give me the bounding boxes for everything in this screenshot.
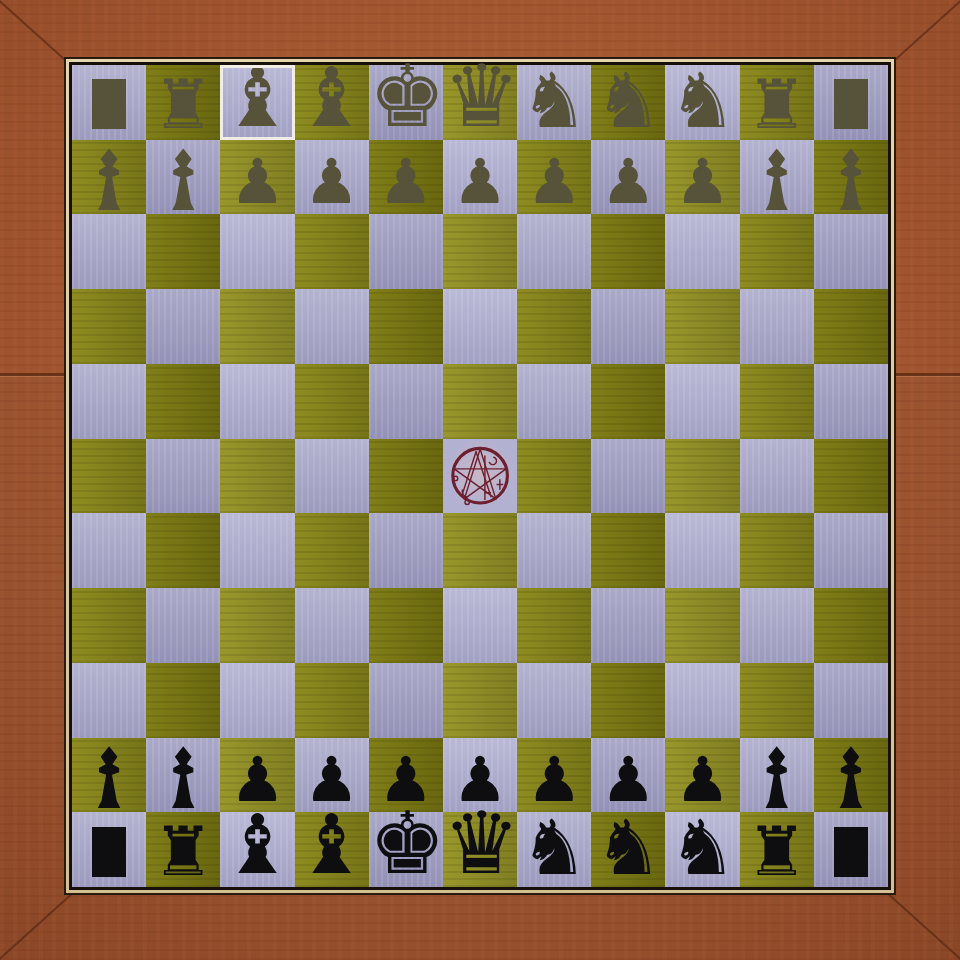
- square-k6[interactable]: [814, 439, 888, 514]
- square-f7[interactable]: [443, 364, 517, 439]
- piece-olive-king: ♚: [369, 53, 443, 139]
- square-b6[interactable]: [146, 439, 220, 514]
- square-b7[interactable]: [146, 364, 220, 439]
- piece-olive-knight: ♞: [665, 63, 739, 139]
- piece-olive-pawn: ♟: [591, 151, 665, 213]
- piece-black-monolith: [92, 827, 126, 877]
- piece-olive-knight: ♞: [591, 63, 665, 139]
- square-d10[interactable]: ♟: [295, 140, 369, 215]
- square-d1[interactable]: ♝: [295, 812, 369, 887]
- square-d7[interactable]: [295, 364, 369, 439]
- square-k7[interactable]: [814, 364, 888, 439]
- piece-olive-rook: ♜: [146, 71, 220, 139]
- square-d8[interactable]: [295, 289, 369, 364]
- square-e6[interactable]: [369, 439, 443, 514]
- square-f8[interactable]: [443, 289, 517, 364]
- square-c9[interactable]: [220, 214, 294, 289]
- square-f3[interactable]: [443, 663, 517, 738]
- square-e7[interactable]: [369, 364, 443, 439]
- piece-olive-rook: ♜: [740, 71, 814, 139]
- square-g1[interactable]: ♞: [517, 812, 591, 887]
- square-e10[interactable]: ♟: [369, 140, 443, 215]
- square-k3[interactable]: [814, 663, 888, 738]
- square-e8[interactable]: [369, 289, 443, 364]
- square-d5[interactable]: [295, 513, 369, 588]
- square-a6[interactable]: [72, 439, 146, 514]
- square-a5[interactable]: [72, 513, 146, 588]
- square-b5[interactable]: [146, 513, 220, 588]
- square-b8[interactable]: [146, 289, 220, 364]
- square-i2[interactable]: ♟: [665, 738, 739, 813]
- square-c8[interactable]: [220, 289, 294, 364]
- square-k2[interactable]: [814, 738, 888, 813]
- square-h2[interactable]: ♟: [591, 738, 665, 813]
- piece-olive-pawn: ♟: [443, 151, 517, 213]
- square-k9[interactable]: [814, 214, 888, 289]
- square-h1[interactable]: ♞: [591, 812, 665, 887]
- piece-black-bishop: ♝: [220, 804, 294, 886]
- square-a9[interactable]: [72, 214, 146, 289]
- piece-olive-queen: ♛: [443, 53, 517, 139]
- square-d11[interactable]: ♝: [295, 65, 369, 140]
- piece-black-bishop: ♝: [295, 804, 369, 886]
- square-c7[interactable]: [220, 364, 294, 439]
- square-b1[interactable]: ♜: [146, 812, 220, 887]
- board-grid: ♜♝♝♚♛♞♞♞♜♟♟♟♟♟♟♟ ♟♟♟♟♟♟♟♜♝♝♚♛♞♞♞♜: [69, 62, 891, 890]
- square-c2[interactable]: ♟: [220, 738, 294, 813]
- square-b11[interactable]: ♜: [146, 65, 220, 140]
- piece-olive-bishop: ♝: [295, 57, 369, 139]
- square-h4[interactable]: [591, 588, 665, 663]
- square-f4[interactable]: [443, 588, 517, 663]
- piece-black-rook: ♜: [146, 818, 220, 886]
- frame-miter-bottom-left: [0, 892, 74, 960]
- piece-black-king: ♚: [369, 800, 443, 886]
- square-i3[interactable]: [665, 663, 739, 738]
- piece-olive-sergeant-pawn: [830, 148, 872, 210]
- piece-black-monolith: [834, 827, 868, 877]
- square-a1[interactable]: [72, 812, 146, 887]
- square-f11[interactable]: ♛: [443, 65, 517, 140]
- piece-black-pawn: ♟: [295, 749, 369, 811]
- square-i7[interactable]: [665, 364, 739, 439]
- piece-olive-pawn: ♟: [295, 151, 369, 213]
- square-k8[interactable]: [814, 289, 888, 364]
- square-k11[interactable]: [814, 65, 888, 140]
- piece-olive-pawn: ♟: [665, 151, 739, 213]
- square-f10[interactable]: ♟: [443, 140, 517, 215]
- piece-black-queen: ♛: [443, 800, 517, 886]
- square-c10[interactable]: ♟: [220, 140, 294, 215]
- square-j1[interactable]: ♜: [740, 812, 814, 887]
- square-e9[interactable]: [369, 214, 443, 289]
- square-h9[interactable]: [591, 214, 665, 289]
- square-j5[interactable]: [740, 513, 814, 588]
- square-f9[interactable]: [443, 214, 517, 289]
- square-h6[interactable]: [591, 439, 665, 514]
- square-a7[interactable]: [72, 364, 146, 439]
- square-i5[interactable]: [665, 513, 739, 588]
- piece-black-pawn: ♟: [220, 749, 294, 811]
- square-b10[interactable]: [146, 140, 220, 215]
- square-g9[interactable]: [517, 214, 591, 289]
- square-c3[interactable]: [220, 663, 294, 738]
- square-i9[interactable]: [665, 214, 739, 289]
- square-h10[interactable]: ♟: [591, 140, 665, 215]
- square-b4[interactable]: [146, 588, 220, 663]
- square-h8[interactable]: [591, 289, 665, 364]
- piece-black-sergeant-pawn: [162, 746, 204, 808]
- square-j2[interactable]: [740, 738, 814, 813]
- square-j6[interactable]: [740, 439, 814, 514]
- square-g2[interactable]: ♟: [517, 738, 591, 813]
- square-g5[interactable]: [517, 513, 591, 588]
- square-j3[interactable]: [740, 663, 814, 738]
- piece-black-knight: ♞: [591, 810, 665, 886]
- square-g11[interactable]: ♞: [517, 65, 591, 140]
- square-g7[interactable]: [517, 364, 591, 439]
- square-a4[interactable]: [72, 588, 146, 663]
- piece-olive-pawn: ♟: [517, 151, 591, 213]
- square-i11[interactable]: ♞: [665, 65, 739, 140]
- square-b9[interactable]: [146, 214, 220, 289]
- square-d3[interactable]: [295, 663, 369, 738]
- square-d2[interactable]: ♟: [295, 738, 369, 813]
- piece-olive-pawn: ♟: [369, 151, 443, 213]
- square-c4[interactable]: [220, 588, 294, 663]
- square-i10[interactable]: ♟: [665, 140, 739, 215]
- square-c1[interactable]: ♝: [220, 812, 294, 887]
- gate-sigil-icon: [446, 442, 514, 511]
- square-e2[interactable]: ♟: [369, 738, 443, 813]
- piece-black-pawn: ♟: [591, 749, 665, 811]
- piece-black-sergeant-pawn: [830, 746, 872, 808]
- piece-black-sergeant-pawn: [756, 746, 798, 808]
- piece-black-pawn: ♟: [369, 749, 443, 811]
- piece-olive-monolith: [834, 79, 868, 129]
- square-f1[interactable]: ♛: [443, 812, 517, 887]
- square-c11[interactable]: ♝: [220, 65, 294, 140]
- square-k4[interactable]: [814, 588, 888, 663]
- square-j9[interactable]: [740, 214, 814, 289]
- square-a2[interactable]: [72, 738, 146, 813]
- piece-olive-sergeant-pawn: [162, 148, 204, 210]
- square-k1[interactable]: [814, 812, 888, 887]
- piece-black-pawn: ♟: [517, 749, 591, 811]
- square-e5[interactable]: [369, 513, 443, 588]
- square-e11[interactable]: ♚: [369, 65, 443, 140]
- square-i4[interactable]: [665, 588, 739, 663]
- square-j10[interactable]: [740, 140, 814, 215]
- frame-fold-seam-left: [0, 373, 66, 376]
- piece-black-rook: ♜: [740, 818, 814, 886]
- frame-miter-top-right: [886, 0, 960, 68]
- wooden-chessboard: ♜♝♝♚♛♞♞♞♜♟♟♟♟♟♟♟ ♟♟♟♟♟♟♟♜♝♝♚♛♞♞♞♜: [0, 0, 960, 960]
- square-b3[interactable]: [146, 663, 220, 738]
- square-j4[interactable]: [740, 588, 814, 663]
- square-h3[interactable]: [591, 663, 665, 738]
- piece-olive-sergeant-pawn: [756, 148, 798, 210]
- square-e3[interactable]: [369, 663, 443, 738]
- square-i1[interactable]: ♞: [665, 812, 739, 887]
- square-g10[interactable]: ♟: [517, 140, 591, 215]
- square-e4[interactable]: [369, 588, 443, 663]
- square-a8[interactable]: [72, 289, 146, 364]
- square-j7[interactable]: [740, 364, 814, 439]
- square-d9[interactable]: [295, 214, 369, 289]
- square-g4[interactable]: [517, 588, 591, 663]
- frame-miter-bottom-right: [886, 892, 960, 960]
- square-a3[interactable]: [72, 663, 146, 738]
- square-f2[interactable]: ♟: [443, 738, 517, 813]
- piece-olive-sergeant-pawn: [88, 148, 130, 210]
- piece-olive-bishop: ♝: [220, 57, 294, 139]
- piece-black-knight: ♞: [665, 810, 739, 886]
- square-i8[interactable]: [665, 289, 739, 364]
- piece-black-pawn: ♟: [443, 749, 517, 811]
- square-k5[interactable]: [814, 513, 888, 588]
- square-b2[interactable]: [146, 738, 220, 813]
- square-g8[interactable]: [517, 289, 591, 364]
- piece-black-sergeant-pawn: [88, 746, 130, 808]
- square-h5[interactable]: [591, 513, 665, 588]
- piece-black-knight: ♞: [517, 810, 591, 886]
- square-a11[interactable]: [72, 65, 146, 140]
- square-f6[interactable]: [443, 439, 517, 514]
- square-c6[interactable]: [220, 439, 294, 514]
- square-h11[interactable]: ♞: [591, 65, 665, 140]
- square-g6[interactable]: [517, 439, 591, 514]
- piece-olive-monolith: [92, 79, 126, 129]
- square-k10[interactable]: [814, 140, 888, 215]
- piece-olive-knight: ♞: [517, 63, 591, 139]
- square-d4[interactable]: [295, 588, 369, 663]
- square-g3[interactable]: [517, 663, 591, 738]
- board-trim: ♜♝♝♚♛♞♞♞♜♟♟♟♟♟♟♟ ♟♟♟♟♟♟♟♜♝♝♚♛♞♞♞♜: [64, 57, 896, 895]
- square-i6[interactable]: [665, 439, 739, 514]
- square-e1[interactable]: ♚: [369, 812, 443, 887]
- square-j11[interactable]: ♜: [740, 65, 814, 140]
- piece-black-pawn: ♟: [665, 749, 739, 811]
- square-c5[interactable]: [220, 513, 294, 588]
- square-j8[interactable]: [740, 289, 814, 364]
- square-h7[interactable]: [591, 364, 665, 439]
- square-f5[interactable]: [443, 513, 517, 588]
- frame-fold-seam-right: [894, 373, 960, 376]
- square-a10[interactable]: [72, 140, 146, 215]
- piece-olive-pawn: ♟: [220, 151, 294, 213]
- square-d6[interactable]: [295, 439, 369, 514]
